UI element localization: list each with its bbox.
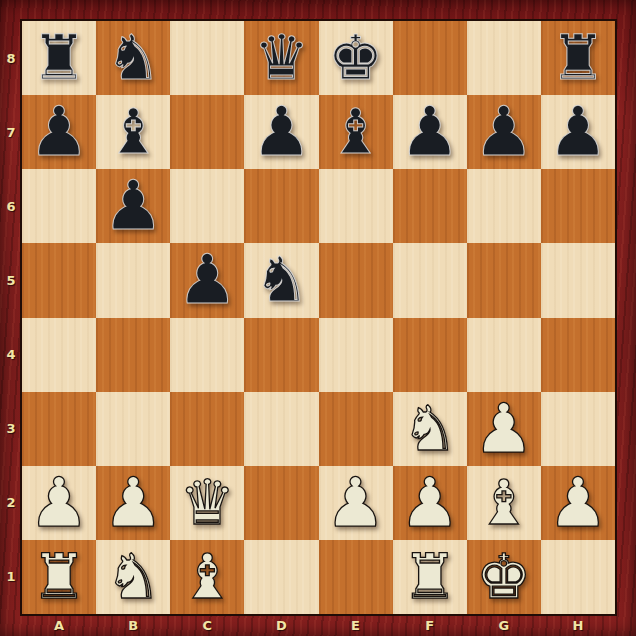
rank-label-3: 3 [0,392,22,466]
square-a2[interactable]: ♟ [22,466,96,540]
rank-label-5: 5 [0,243,22,317]
square-c3[interactable] [170,392,244,466]
white-pawn[interactable]: ♟ [473,392,534,466]
black-pawn[interactable]: ♟ [103,169,164,243]
file-label-f: F [393,614,467,636]
file-label-a: A [22,614,96,636]
file-label-b: B [96,614,170,636]
square-g1[interactable]: ♚ [467,540,541,614]
square-f5[interactable] [393,243,467,317]
black-knight[interactable]: ♞ [254,243,310,317]
square-h8[interactable]: ♜ [541,21,615,95]
square-h3[interactable] [541,392,615,466]
white-pawn[interactable]: ♟ [325,466,386,540]
square-f1[interactable]: ♜ [393,540,467,614]
square-b1[interactable]: ♞ [96,540,170,614]
rank-labels: 87654321 [0,21,22,614]
square-c1[interactable]: ♝ [170,540,244,614]
white-rook[interactable]: ♜ [31,540,87,614]
square-g2[interactable]: ♝ [467,466,541,540]
square-c6[interactable] [170,169,244,243]
square-d3[interactable] [244,392,318,466]
file-label-c: C [170,614,244,636]
file-label-d: D [244,614,318,636]
black-bishop[interactable]: ♝ [328,95,384,169]
square-c5[interactable]: ♟ [170,243,244,317]
square-e8[interactable]: ♚ [319,21,393,95]
chess-board-frame: 87654321 ♜♞♛♚♜♟♝♟♝♟♟♟♟♟♞♞♟♟♟♛♟♟♝♟♜♞♝♜♚ A… [0,0,636,636]
square-c8[interactable] [170,21,244,95]
square-d8[interactable]: ♛ [244,21,318,95]
square-f3[interactable]: ♞ [393,392,467,466]
square-a3[interactable] [22,392,96,466]
square-b7[interactable]: ♝ [96,95,170,169]
square-g7[interactable]: ♟ [467,95,541,169]
white-bishop[interactable]: ♝ [180,540,236,614]
square-e7[interactable]: ♝ [319,95,393,169]
square-e5[interactable] [319,243,393,317]
square-c2[interactable]: ♛ [170,466,244,540]
square-a1[interactable]: ♜ [22,540,96,614]
square-d2[interactable] [244,466,318,540]
square-b8[interactable]: ♞ [96,21,170,95]
square-b6[interactable]: ♟ [96,169,170,243]
square-b3[interactable] [96,392,170,466]
square-h5[interactable] [541,243,615,317]
square-h1[interactable] [541,540,615,614]
square-a4[interactable] [22,318,96,392]
file-label-h: H [541,614,615,636]
rank-label-8: 8 [0,21,22,95]
white-king[interactable]: ♚ [476,540,532,614]
square-g5[interactable] [467,243,541,317]
square-f8[interactable] [393,21,467,95]
square-g6[interactable] [467,169,541,243]
black-bishop[interactable]: ♝ [105,95,161,169]
square-a5[interactable] [22,243,96,317]
white-pawn[interactable]: ♟ [103,466,164,540]
rank-label-1: 1 [0,540,22,614]
square-d5[interactable]: ♞ [244,243,318,317]
square-e1[interactable] [319,540,393,614]
square-f2[interactable]: ♟ [393,466,467,540]
square-b5[interactable] [96,243,170,317]
black-knight[interactable]: ♞ [105,21,161,95]
chess-board[interactable]: ♜♞♛♚♜♟♝♟♝♟♟♟♟♟♞♞♟♟♟♛♟♟♝♟♜♞♝♜♚ [22,21,615,614]
black-queen[interactable]: ♛ [254,21,310,95]
square-d4[interactable] [244,318,318,392]
white-rook[interactable]: ♜ [402,540,458,614]
black-pawn[interactable]: ♟ [177,243,238,317]
black-pawn[interactable]: ♟ [547,95,608,169]
black-rook[interactable]: ♜ [550,21,606,95]
square-g8[interactable] [467,21,541,95]
square-g4[interactable] [467,318,541,392]
rank-label-7: 7 [0,95,22,169]
white-knight[interactable]: ♞ [402,392,458,466]
square-g3[interactable]: ♟ [467,392,541,466]
square-h7[interactable]: ♟ [541,95,615,169]
square-f6[interactable] [393,169,467,243]
white-pawn[interactable]: ♟ [547,466,608,540]
square-a6[interactable] [22,169,96,243]
black-pawn[interactable]: ♟ [473,95,534,169]
square-d6[interactable] [244,169,318,243]
black-rook[interactable]: ♜ [31,21,87,95]
square-f7[interactable]: ♟ [393,95,467,169]
square-e4[interactable] [319,318,393,392]
square-c4[interactable] [170,318,244,392]
square-e3[interactable] [319,392,393,466]
black-pawn[interactable]: ♟ [399,95,460,169]
rank-label-6: 6 [0,169,22,243]
black-king[interactable]: ♚ [328,21,384,95]
square-b4[interactable] [96,318,170,392]
square-d1[interactable] [244,540,318,614]
square-e6[interactable] [319,169,393,243]
file-labels: ABCDEFGH [22,614,615,636]
square-h6[interactable] [541,169,615,243]
square-b2[interactable]: ♟ [96,466,170,540]
square-f4[interactable] [393,318,467,392]
file-label-g: G [467,614,541,636]
white-knight[interactable]: ♞ [105,540,161,614]
black-pawn[interactable]: ♟ [29,95,90,169]
white-bishop[interactable]: ♝ [476,466,532,540]
rank-label-2: 2 [0,466,22,540]
square-e2[interactable]: ♟ [319,466,393,540]
square-a8[interactable]: ♜ [22,21,96,95]
rank-label-4: 4 [0,318,22,392]
black-pawn[interactable]: ♟ [251,95,312,169]
file-label-e: E [319,614,393,636]
square-a7[interactable]: ♟ [22,95,96,169]
white-queen[interactable]: ♛ [180,466,236,540]
square-h2[interactable]: ♟ [541,466,615,540]
white-pawn[interactable]: ♟ [399,466,460,540]
square-d7[interactable]: ♟ [244,95,318,169]
square-h4[interactable] [541,318,615,392]
square-c7[interactable] [170,95,244,169]
white-pawn[interactable]: ♟ [29,466,90,540]
